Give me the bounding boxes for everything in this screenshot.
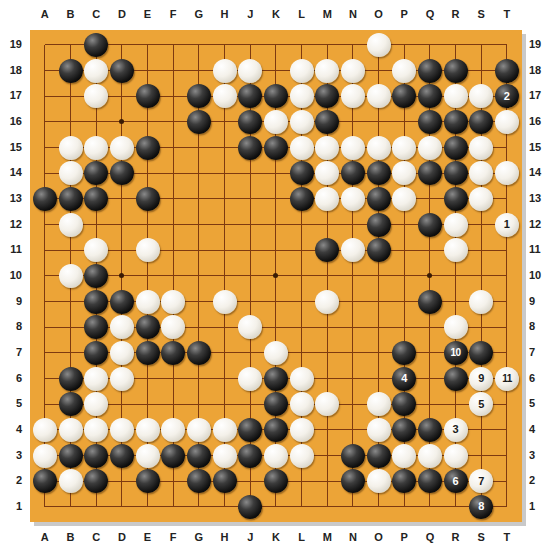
intersection-R12[interactable] (443, 212, 469, 238)
intersection-J9[interactable] (237, 289, 263, 315)
intersection-J17[interactable] (237, 83, 263, 109)
intersection-S6[interactable]: 9 (468, 366, 494, 392)
black-stone-Q14[interactable] (418, 161, 442, 185)
intersection-F10[interactable] (160, 263, 186, 289)
intersection-B4[interactable] (58, 417, 84, 443)
intersection-S13[interactable] (468, 186, 494, 212)
black-stone-B6[interactable] (59, 367, 83, 391)
black-stone-C14[interactable] (84, 161, 108, 185)
intersection-R7[interactable]: 10 (443, 340, 469, 366)
black-stone-J3[interactable] (238, 444, 262, 468)
intersection-F14[interactable] (160, 160, 186, 186)
white-stone-O19[interactable] (367, 33, 391, 57)
intersection-T8[interactable] (494, 314, 520, 340)
black-stone-K15[interactable] (264, 136, 288, 160)
intersection-E10[interactable] (135, 263, 161, 289)
white-stone-J6[interactable] (238, 367, 262, 391)
white-stone-L17[interactable] (290, 84, 314, 108)
intersection-C17[interactable] (83, 83, 109, 109)
black-stone-K5[interactable] (264, 392, 288, 416)
black-stone-M17[interactable] (315, 84, 339, 108)
white-stone-E9[interactable] (136, 290, 160, 314)
white-stone-D4[interactable] (110, 418, 134, 442)
intersection-Q18[interactable] (417, 58, 443, 84)
white-stone-S17[interactable] (469, 84, 493, 108)
intersection-O7[interactable] (366, 340, 392, 366)
intersection-A14[interactable] (32, 160, 58, 186)
black-stone-J1[interactable] (238, 495, 262, 519)
intersection-N4[interactable] (340, 417, 366, 443)
intersection-K4[interactable] (263, 417, 289, 443)
white-stone-F9[interactable] (161, 290, 185, 314)
intersection-O8[interactable] (366, 314, 392, 340)
intersection-T17[interactable]: 2 (494, 83, 520, 109)
white-stone-S13[interactable] (469, 187, 493, 211)
white-stone-C17[interactable] (84, 84, 108, 108)
intersection-C11[interactable] (83, 237, 109, 263)
intersection-A17[interactable] (32, 83, 58, 109)
intersection-Q2[interactable] (417, 468, 443, 494)
black-stone-A13[interactable] (33, 187, 57, 211)
black-stone-N2[interactable] (341, 469, 365, 493)
black-stone-G16[interactable] (187, 110, 211, 134)
black-stone-J4[interactable] (238, 418, 262, 442)
white-stone-L15[interactable] (290, 136, 314, 160)
intersection-N16[interactable] (340, 109, 366, 135)
black-stone-M16[interactable] (315, 110, 339, 134)
intersection-C19[interactable] (83, 32, 109, 58)
intersection-E1[interactable] (135, 494, 161, 520)
black-stone-E17[interactable] (136, 84, 160, 108)
intersection-B2[interactable] (58, 468, 84, 494)
black-stone-C13[interactable] (84, 187, 108, 211)
intersection-O5[interactable] (366, 391, 392, 417)
white-stone-M15[interactable] (315, 136, 339, 160)
intersection-K13[interactable] (263, 186, 289, 212)
white-stone-C5[interactable] (84, 392, 108, 416)
black-stone-P7[interactable] (392, 341, 416, 365)
intersection-S16[interactable] (468, 109, 494, 135)
intersection-H7[interactable] (212, 340, 238, 366)
black-stone-C3[interactable] (84, 444, 108, 468)
intersection-S10[interactable] (468, 263, 494, 289)
intersection-O17[interactable] (366, 83, 392, 109)
intersection-L19[interactable] (289, 32, 315, 58)
white-stone-M9[interactable] (315, 290, 339, 314)
intersection-D4[interactable] (109, 417, 135, 443)
intersection-Q7[interactable] (417, 340, 443, 366)
intersection-E5[interactable] (135, 391, 161, 417)
white-stone-R11[interactable] (444, 238, 468, 262)
black-stone-P2[interactable] (392, 469, 416, 493)
white-stone-K7[interactable] (264, 341, 288, 365)
white-stone-S15[interactable] (469, 136, 493, 160)
white-stone-R4[interactable]: 3 (444, 418, 468, 442)
intersection-B16[interactable] (58, 109, 84, 135)
intersection-C7[interactable] (83, 340, 109, 366)
intersection-C12[interactable] (83, 212, 109, 238)
intersection-B9[interactable] (58, 289, 84, 315)
intersection-M8[interactable] (314, 314, 340, 340)
intersection-H10[interactable] (212, 263, 238, 289)
intersection-R13[interactable] (443, 186, 469, 212)
black-stone-N14[interactable] (341, 161, 365, 185)
black-stone-R2[interactable]: 6 (444, 469, 468, 493)
intersection-C9[interactable] (83, 289, 109, 315)
intersection-E7[interactable] (135, 340, 161, 366)
intersection-O1[interactable] (366, 494, 392, 520)
white-stone-T16[interactable] (495, 110, 519, 134)
intersection-G3[interactable] (186, 443, 212, 469)
intersection-K15[interactable] (263, 135, 289, 161)
intersection-M17[interactable] (314, 83, 340, 109)
intersection-K3[interactable] (263, 443, 289, 469)
intersection-Q5[interactable] (417, 391, 443, 417)
intersection-M4[interactable] (314, 417, 340, 443)
intersection-A6[interactable] (32, 366, 58, 392)
intersection-F19[interactable] (160, 32, 186, 58)
white-stone-H17[interactable] (213, 84, 237, 108)
intersection-D2[interactable] (109, 468, 135, 494)
white-stone-P15[interactable] (392, 136, 416, 160)
intersection-A4[interactable] (32, 417, 58, 443)
intersection-B19[interactable] (58, 32, 84, 58)
white-stone-K16[interactable] (264, 110, 288, 134)
intersection-B8[interactable] (58, 314, 84, 340)
intersection-L8[interactable] (289, 314, 315, 340)
intersection-K7[interactable] (263, 340, 289, 366)
intersection-B1[interactable] (58, 494, 84, 520)
intersection-A3[interactable] (32, 443, 58, 469)
white-stone-D15[interactable] (110, 136, 134, 160)
intersection-Q14[interactable] (417, 160, 443, 186)
intersection-H1[interactable] (212, 494, 238, 520)
intersection-D7[interactable] (109, 340, 135, 366)
white-stone-R12[interactable] (444, 213, 468, 237)
intersection-J5[interactable] (237, 391, 263, 417)
intersection-B14[interactable] (58, 160, 84, 186)
black-stone-K2[interactable] (264, 469, 288, 493)
black-stone-D18[interactable] (110, 59, 134, 83)
intersection-R10[interactable] (443, 263, 469, 289)
black-stone-A2[interactable] (33, 469, 57, 493)
white-stone-B4[interactable] (59, 418, 83, 442)
intersection-K11[interactable] (263, 237, 289, 263)
intersection-L13[interactable] (289, 186, 315, 212)
white-stone-C6[interactable] (84, 367, 108, 391)
intersection-F2[interactable] (160, 468, 186, 494)
intersection-S19[interactable] (468, 32, 494, 58)
intersection-C2[interactable] (83, 468, 109, 494)
intersection-L18[interactable] (289, 58, 315, 84)
intersection-S18[interactable] (468, 58, 494, 84)
intersection-M9[interactable] (314, 289, 340, 315)
intersection-N3[interactable] (340, 443, 366, 469)
intersection-D10[interactable] (109, 263, 135, 289)
intersection-G4[interactable] (186, 417, 212, 443)
white-stone-T14[interactable] (495, 161, 519, 185)
intersection-L5[interactable] (289, 391, 315, 417)
intersection-H12[interactable] (212, 212, 238, 238)
intersection-C15[interactable] (83, 135, 109, 161)
intersection-M1[interactable] (314, 494, 340, 520)
intersection-K12[interactable] (263, 212, 289, 238)
intersection-J3[interactable] (237, 443, 263, 469)
intersection-Q13[interactable] (417, 186, 443, 212)
intersection-K2[interactable] (263, 468, 289, 494)
intersection-O13[interactable] (366, 186, 392, 212)
intersection-K16[interactable] (263, 109, 289, 135)
intersection-K5[interactable] (263, 391, 289, 417)
intersection-G16[interactable] (186, 109, 212, 135)
intersection-J11[interactable] (237, 237, 263, 263)
intersection-G18[interactable] (186, 58, 212, 84)
black-stone-P6[interactable]: 4 (392, 367, 416, 391)
intersection-J18[interactable] (237, 58, 263, 84)
intersection-G12[interactable] (186, 212, 212, 238)
intersection-R6[interactable] (443, 366, 469, 392)
intersection-P17[interactable] (391, 83, 417, 109)
intersection-O10[interactable] (366, 263, 392, 289)
black-stone-G7[interactable] (187, 341, 211, 365)
intersection-Q12[interactable] (417, 212, 443, 238)
intersection-L4[interactable] (289, 417, 315, 443)
black-stone-S7[interactable] (469, 341, 493, 365)
black-stone-R18[interactable] (444, 59, 468, 83)
intersection-G8[interactable] (186, 314, 212, 340)
intersection-A10[interactable] (32, 263, 58, 289)
intersection-O16[interactable] (366, 109, 392, 135)
black-stone-E15[interactable] (136, 136, 160, 160)
white-stone-P13[interactable] (392, 187, 416, 211)
black-stone-D14[interactable] (110, 161, 134, 185)
intersection-E11[interactable] (135, 237, 161, 263)
intersection-T7[interactable] (494, 340, 520, 366)
intersection-B12[interactable] (58, 212, 84, 238)
intersection-D1[interactable] (109, 494, 135, 520)
intersection-O11[interactable] (366, 237, 392, 263)
white-stone-D7[interactable] (110, 341, 134, 365)
intersection-N15[interactable] (340, 135, 366, 161)
intersection-N13[interactable] (340, 186, 366, 212)
intersection-N2[interactable] (340, 468, 366, 494)
white-stone-G4[interactable] (187, 418, 211, 442)
intersection-T10[interactable] (494, 263, 520, 289)
intersection-N6[interactable] (340, 366, 366, 392)
intersection-Q16[interactable] (417, 109, 443, 135)
intersection-M6[interactable] (314, 366, 340, 392)
intersection-H15[interactable] (212, 135, 238, 161)
intersection-D9[interactable] (109, 289, 135, 315)
black-stone-R16[interactable] (444, 110, 468, 134)
intersection-M2[interactable] (314, 468, 340, 494)
intersection-R8[interactable] (443, 314, 469, 340)
intersection-H8[interactable] (212, 314, 238, 340)
white-stone-L3[interactable] (290, 444, 314, 468)
intersection-F3[interactable] (160, 443, 186, 469)
intersection-J15[interactable] (237, 135, 263, 161)
black-stone-O11[interactable] (367, 238, 391, 262)
black-stone-F3[interactable] (161, 444, 185, 468)
intersection-E9[interactable] (135, 289, 161, 315)
black-stone-O14[interactable] (367, 161, 391, 185)
intersection-A1[interactable] (32, 494, 58, 520)
intersection-B6[interactable] (58, 366, 84, 392)
black-stone-H2[interactable] (213, 469, 237, 493)
intersection-M11[interactable] (314, 237, 340, 263)
intersection-P7[interactable] (391, 340, 417, 366)
intersection-F12[interactable] (160, 212, 186, 238)
black-stone-Q2[interactable] (418, 469, 442, 493)
intersection-P16[interactable] (391, 109, 417, 135)
intersection-F11[interactable] (160, 237, 186, 263)
intersection-S1[interactable]: 8 (468, 494, 494, 520)
intersection-P14[interactable] (391, 160, 417, 186)
intersection-J19[interactable] (237, 32, 263, 58)
black-stone-R14[interactable] (444, 161, 468, 185)
intersection-O19[interactable] (366, 32, 392, 58)
intersection-L1[interactable] (289, 494, 315, 520)
intersection-Q17[interactable] (417, 83, 443, 109)
intersection-H16[interactable] (212, 109, 238, 135)
intersection-R1[interactable] (443, 494, 469, 520)
intersection-Q1[interactable] (417, 494, 443, 520)
intersection-K19[interactable] (263, 32, 289, 58)
intersection-M19[interactable] (314, 32, 340, 58)
white-stone-N15[interactable] (341, 136, 365, 160)
black-stone-S1[interactable]: 8 (469, 495, 493, 519)
intersection-O3[interactable] (366, 443, 392, 469)
intersection-M3[interactable] (314, 443, 340, 469)
intersection-S8[interactable] (468, 314, 494, 340)
black-stone-R7[interactable]: 10 (444, 341, 468, 365)
intersection-B18[interactable] (58, 58, 84, 84)
intersection-F9[interactable] (160, 289, 186, 315)
intersection-K6[interactable] (263, 366, 289, 392)
white-stone-S5[interactable]: 5 (469, 392, 493, 416)
intersection-G13[interactable] (186, 186, 212, 212)
intersection-J8[interactable] (237, 314, 263, 340)
black-stone-O12[interactable] (367, 213, 391, 237)
intersection-R2[interactable]: 6 (443, 468, 469, 494)
intersection-O6[interactable] (366, 366, 392, 392)
black-stone-E7[interactable] (136, 341, 160, 365)
intersection-A16[interactable] (32, 109, 58, 135)
intersection-K17[interactable] (263, 83, 289, 109)
intersection-A5[interactable] (32, 391, 58, 417)
intersection-N18[interactable] (340, 58, 366, 84)
black-stone-L14[interactable] (290, 161, 314, 185)
white-stone-K3[interactable] (264, 444, 288, 468)
intersection-B10[interactable] (58, 263, 84, 289)
intersection-B15[interactable] (58, 135, 84, 161)
intersection-P12[interactable] (391, 212, 417, 238)
intersection-R5[interactable] (443, 391, 469, 417)
intersection-H13[interactable] (212, 186, 238, 212)
intersection-D13[interactable] (109, 186, 135, 212)
black-stone-D3[interactable] (110, 444, 134, 468)
black-stone-L13[interactable] (290, 187, 314, 211)
intersection-A18[interactable] (32, 58, 58, 84)
black-stone-R6[interactable] (444, 367, 468, 391)
white-stone-J8[interactable] (238, 315, 262, 339)
intersection-G6[interactable] (186, 366, 212, 392)
black-stone-P4[interactable] (392, 418, 416, 442)
black-stone-Q16[interactable] (418, 110, 442, 134)
white-stone-S14[interactable] (469, 161, 493, 185)
black-stone-P5[interactable] (392, 392, 416, 416)
intersection-K1[interactable] (263, 494, 289, 520)
white-stone-L5[interactable] (290, 392, 314, 416)
intersection-P10[interactable] (391, 263, 417, 289)
intersection-E3[interactable] (135, 443, 161, 469)
black-stone-C19[interactable] (84, 33, 108, 57)
intersection-C16[interactable] (83, 109, 109, 135)
intersection-T5[interactable] (494, 391, 520, 417)
intersection-D5[interactable] (109, 391, 135, 417)
white-stone-C15[interactable] (84, 136, 108, 160)
intersection-H18[interactable] (212, 58, 238, 84)
white-stone-N18[interactable] (341, 59, 365, 83)
intersection-L2[interactable] (289, 468, 315, 494)
intersection-E15[interactable] (135, 135, 161, 161)
intersection-E19[interactable] (135, 32, 161, 58)
intersection-M16[interactable] (314, 109, 340, 135)
intersection-S14[interactable] (468, 160, 494, 186)
black-stone-G3[interactable] (187, 444, 211, 468)
intersection-P11[interactable] (391, 237, 417, 263)
intersection-Q9[interactable] (417, 289, 443, 315)
intersection-M18[interactable] (314, 58, 340, 84)
intersection-H11[interactable] (212, 237, 238, 263)
intersection-B13[interactable] (58, 186, 84, 212)
white-stone-B15[interactable] (59, 136, 83, 160)
white-stone-R8[interactable] (444, 315, 468, 339)
intersection-G9[interactable] (186, 289, 212, 315)
intersection-G14[interactable] (186, 160, 212, 186)
intersection-A9[interactable] (32, 289, 58, 315)
intersection-F1[interactable] (160, 494, 186, 520)
intersection-B3[interactable] (58, 443, 84, 469)
white-stone-C4[interactable] (84, 418, 108, 442)
intersection-T11[interactable] (494, 237, 520, 263)
white-stone-E3[interactable] (136, 444, 160, 468)
intersection-M10[interactable] (314, 263, 340, 289)
intersection-T13[interactable] (494, 186, 520, 212)
white-stone-B12[interactable] (59, 213, 83, 237)
intersection-K8[interactable] (263, 314, 289, 340)
white-stone-F4[interactable] (161, 418, 185, 442)
intersection-H5[interactable] (212, 391, 238, 417)
black-stone-D9[interactable] (110, 290, 134, 314)
intersection-C5[interactable] (83, 391, 109, 417)
intersection-A19[interactable] (32, 32, 58, 58)
black-stone-N3[interactable] (341, 444, 365, 468)
intersection-L16[interactable] (289, 109, 315, 135)
intersection-M14[interactable] (314, 160, 340, 186)
intersection-J1[interactable] (237, 494, 263, 520)
intersection-O12[interactable] (366, 212, 392, 238)
intersection-J16[interactable] (237, 109, 263, 135)
white-stone-S9[interactable] (469, 290, 493, 314)
intersection-K18[interactable] (263, 58, 289, 84)
intersection-T15[interactable] (494, 135, 520, 161)
black-stone-C8[interactable] (84, 315, 108, 339)
black-stone-J17[interactable] (238, 84, 262, 108)
intersection-R15[interactable] (443, 135, 469, 161)
intersection-G5[interactable] (186, 391, 212, 417)
intersection-B5[interactable] (58, 391, 84, 417)
